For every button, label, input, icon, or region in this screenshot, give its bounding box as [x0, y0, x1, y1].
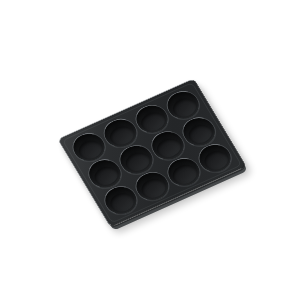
- cup-grid: [67, 86, 237, 219]
- muffin-tray: [57, 78, 247, 228]
- product-photo-scene: [0, 0, 292, 292]
